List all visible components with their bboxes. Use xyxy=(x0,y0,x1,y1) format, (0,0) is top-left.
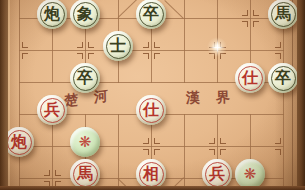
board-frame-bottom xyxy=(0,186,305,190)
piece-black-soldier[interactable]: 卒 xyxy=(70,63,100,93)
piece-red-advisor[interactable]: 仕 xyxy=(235,63,265,93)
piece-ring xyxy=(271,2,296,27)
point-marker-corner xyxy=(242,21,248,27)
piece-ring xyxy=(73,66,98,91)
sparkle-ray-icon xyxy=(217,39,218,55)
hidden-piece-flower-icon: ❋ xyxy=(244,159,257,189)
point-marker-corner xyxy=(253,21,259,27)
point-marker-corner xyxy=(275,138,281,144)
piece-red-soldier[interactable]: 兵 xyxy=(37,95,67,125)
piece-black-elephant[interactable]: 象 xyxy=(70,0,100,29)
grid-line xyxy=(19,0,20,190)
board-frame-left xyxy=(0,0,8,190)
point-marker-corner xyxy=(220,149,226,155)
point-marker-corner xyxy=(22,42,28,48)
piece-ring xyxy=(106,34,131,59)
point-marker-corner xyxy=(55,170,61,176)
sparkle-highlight xyxy=(207,37,227,57)
piece-ring xyxy=(73,162,98,187)
point-marker-corner xyxy=(275,149,281,155)
piece-ring xyxy=(139,2,164,27)
point-marker-corner xyxy=(154,149,160,155)
piece-ring xyxy=(205,162,230,187)
grid-line xyxy=(184,114,185,190)
point-marker-corner xyxy=(88,42,94,48)
piece-ring xyxy=(40,2,65,27)
piece-black-advisor[interactable]: 士 xyxy=(103,31,133,61)
point-marker-corner xyxy=(242,10,248,16)
point-marker-corner xyxy=(143,53,149,59)
point-marker-corner xyxy=(154,42,160,48)
piece-red-cannon[interactable]: 炮 xyxy=(4,127,34,157)
piece-red-hidden-piece[interactable]: ❋ xyxy=(70,127,100,157)
point-marker-corner xyxy=(143,138,149,144)
grid-line xyxy=(292,0,293,190)
piece-black-cannon[interactable]: 炮 xyxy=(37,0,67,29)
point-marker-corner xyxy=(77,53,83,59)
xiangqi-board: 楚河 漢界 炮象卒馬士卒仕卒兵仕炮❋馬相兵❋ xyxy=(0,0,305,190)
grid-line xyxy=(52,114,53,190)
grid-line xyxy=(184,0,185,83)
point-marker-corner xyxy=(275,42,281,48)
point-marker-corner xyxy=(209,138,215,144)
piece-red-hidden-piece[interactable]: ❋ xyxy=(235,159,265,189)
piece-ring xyxy=(271,66,296,91)
piece-red-horse[interactable]: 馬 xyxy=(70,159,100,189)
grid-line xyxy=(8,0,10,190)
point-marker-corner xyxy=(209,149,215,155)
piece-ring xyxy=(40,98,65,123)
river-label-han-jie: 漢界 xyxy=(186,89,246,104)
point-marker-corner xyxy=(154,138,160,144)
point-marker-corner xyxy=(275,53,281,59)
piece-ring xyxy=(139,162,164,187)
piece-black-soldier[interactable]: 卒 xyxy=(268,63,298,93)
point-marker-corner xyxy=(22,53,28,59)
piece-red-advisor[interactable]: 仕 xyxy=(136,95,166,125)
piece-red-soldier[interactable]: 兵 xyxy=(202,159,232,189)
piece-ring xyxy=(139,98,164,123)
hidden-piece-flower-icon: ❋ xyxy=(79,127,92,157)
piece-ring xyxy=(7,130,32,155)
piece-red-elephant[interactable]: 相 xyxy=(136,159,166,189)
point-marker-corner xyxy=(44,170,50,176)
point-marker-corner xyxy=(143,42,149,48)
piece-black-horse[interactable]: 馬 xyxy=(268,0,298,29)
point-marker-corner xyxy=(77,42,83,48)
point-marker-corner xyxy=(88,53,94,59)
piece-ring xyxy=(73,2,98,27)
point-marker-corner xyxy=(253,10,259,16)
piece-ring xyxy=(238,66,263,91)
board-frame-right xyxy=(297,0,305,190)
point-marker-corner xyxy=(220,138,226,144)
piece-black-soldier[interactable]: 卒 xyxy=(136,0,166,29)
point-marker-corner xyxy=(154,53,160,59)
point-marker-corner xyxy=(143,149,149,155)
